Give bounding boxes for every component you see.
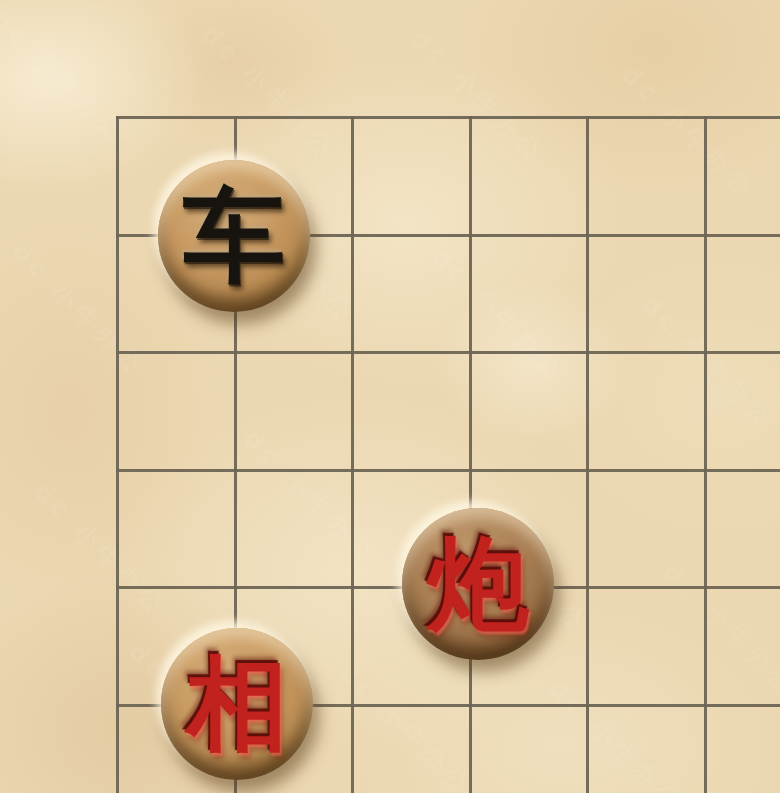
- watermark-text: dc 小牛办公: [0, 2, 133, 150]
- piece-black-chariot[interactable]: 车: [158, 160, 310, 312]
- piece-red-cannon[interactable]: 炮: [402, 508, 554, 660]
- red-elephant-glyph: 相: [186, 653, 288, 755]
- black-chariot-glyph: 车: [183, 185, 285, 287]
- piece-red-elephant[interactable]: 相: [161, 628, 313, 780]
- red-cannon-glyph: 炮: [427, 533, 529, 635]
- xiangqi-board: dc 小牛办公 dc 小牛办公 dc 小牛办公 dc 小牛办公 dc 小牛办公 …: [0, 0, 780, 793]
